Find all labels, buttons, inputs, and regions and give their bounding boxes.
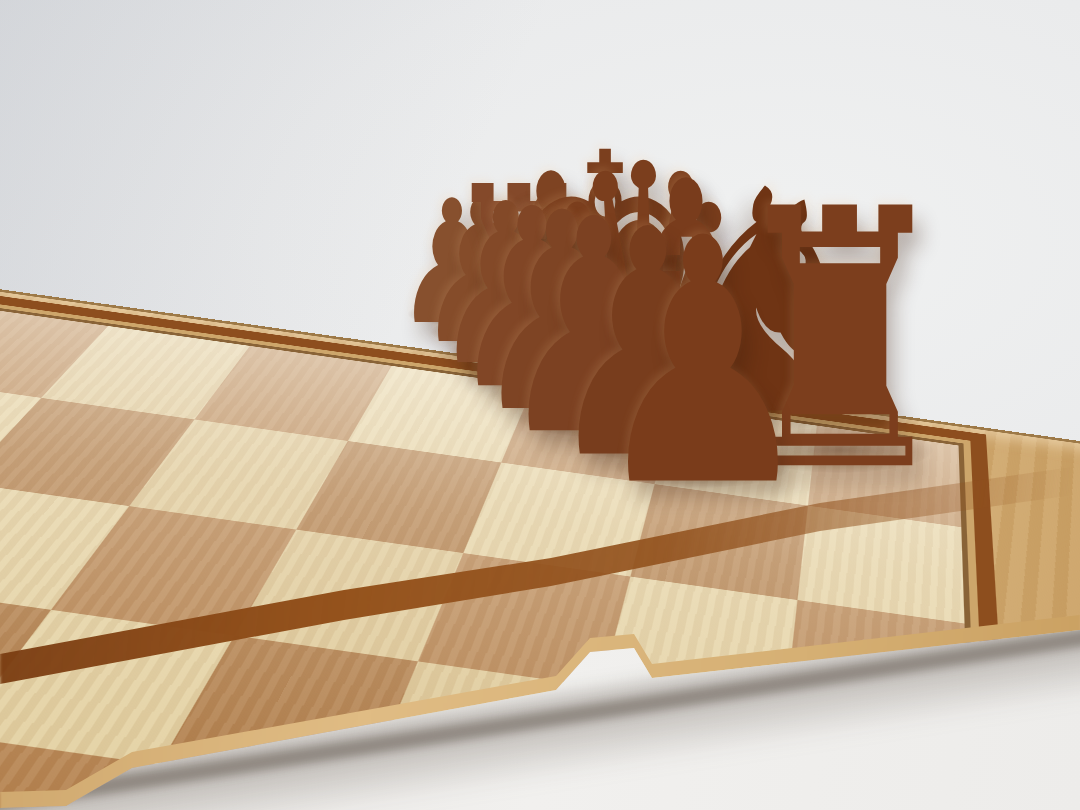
pieces-layer: ♟♟♜♞♟♝♚♟♛♝♟♞♟♟♜♟ xyxy=(0,0,1080,810)
chess-photo-stage: ♟♟♜♞♟♝♚♟♛♝♟♞♟♟♜♟ xyxy=(0,0,1080,810)
pawn-a7[interactable]: ♟ xyxy=(591,194,815,532)
